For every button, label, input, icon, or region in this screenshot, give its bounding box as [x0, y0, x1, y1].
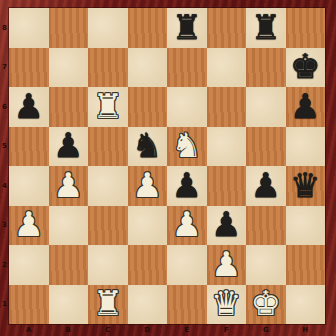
square-a4[interactable]	[9, 166, 49, 206]
square-a2[interactable]	[9, 245, 49, 285]
file-label-f: F	[207, 324, 247, 336]
piece-white-knight-e5[interactable]: ♞	[172, 128, 202, 162]
file-label-c: C	[88, 324, 128, 336]
square-e1[interactable]	[167, 285, 207, 325]
square-h2[interactable]	[286, 245, 326, 285]
square-d3[interactable]	[128, 206, 168, 246]
rank-label-7: 7	[0, 48, 9, 88]
square-c3[interactable]	[88, 206, 128, 246]
piece-white-pawn-d4[interactable]: ♟	[132, 168, 162, 202]
square-e6[interactable]	[167, 87, 207, 127]
square-c5[interactable]	[88, 127, 128, 167]
square-g8[interactable]: ♜	[246, 8, 286, 48]
square-h8[interactable]	[286, 8, 326, 48]
file-label-d: D	[128, 324, 168, 336]
square-b8[interactable]	[49, 8, 89, 48]
square-b1[interactable]	[49, 285, 89, 325]
square-b4[interactable]: ♟	[49, 166, 89, 206]
square-b6[interactable]	[49, 87, 89, 127]
square-f7[interactable]	[207, 48, 247, 88]
square-f5[interactable]	[207, 127, 247, 167]
rank-label-4: 4	[0, 166, 9, 206]
piece-white-pawn-e3[interactable]: ♟	[172, 207, 202, 241]
square-b7[interactable]	[49, 48, 89, 88]
square-g6[interactable]	[246, 87, 286, 127]
square-h3[interactable]	[286, 206, 326, 246]
square-d4[interactable]: ♟	[128, 166, 168, 206]
square-b2[interactable]	[49, 245, 89, 285]
file-label-g: G	[246, 324, 286, 336]
square-h6[interactable]: ♟	[286, 87, 326, 127]
square-h7[interactable]: ♚	[286, 48, 326, 88]
rank-label-5: 5	[0, 127, 9, 167]
piece-white-king-g1[interactable]: ♚	[251, 286, 281, 320]
square-e4[interactable]: ♟	[167, 166, 207, 206]
square-d8[interactable]	[128, 8, 168, 48]
piece-black-queen-h4[interactable]: ♛	[290, 168, 320, 202]
file-label-h: H	[286, 324, 326, 336]
square-f2[interactable]: ♟	[207, 245, 247, 285]
rank-label-2: 2	[0, 245, 9, 285]
piece-white-queen-f1[interactable]: ♛	[211, 286, 241, 320]
piece-white-pawn-b4[interactable]: ♟	[53, 168, 83, 202]
piece-black-rook-e8[interactable]: ♜	[172, 10, 202, 44]
rank-label-1: 1	[0, 285, 9, 325]
square-a6[interactable]: ♟	[9, 87, 49, 127]
square-a5[interactable]	[9, 127, 49, 167]
square-c6[interactable]: ♜	[88, 87, 128, 127]
square-b3[interactable]	[49, 206, 89, 246]
piece-white-pawn-f2[interactable]: ♟	[211, 247, 241, 281]
piece-black-pawn-b5[interactable]: ♟	[53, 128, 83, 162]
square-d7[interactable]	[128, 48, 168, 88]
rank-label-8: 8	[0, 8, 9, 48]
square-a1[interactable]	[9, 285, 49, 325]
file-label-e: E	[167, 324, 207, 336]
piece-black-pawn-g4[interactable]: ♟	[251, 168, 281, 202]
chessboard: ♜♜♚♟♜♟♟♞♞♟♟♟♟♛♟♟♟♟♜♛♚	[9, 8, 325, 324]
piece-black-pawn-e4[interactable]: ♟	[172, 168, 202, 202]
square-a8[interactable]	[9, 8, 49, 48]
file-label-a: A	[9, 324, 49, 336]
square-g1[interactable]: ♚	[246, 285, 286, 325]
piece-white-rook-c6[interactable]: ♜	[93, 89, 123, 123]
piece-black-rook-g8[interactable]: ♜	[251, 10, 281, 44]
piece-white-rook-c1[interactable]: ♜	[93, 286, 123, 320]
square-g2[interactable]	[246, 245, 286, 285]
square-c1[interactable]: ♜	[88, 285, 128, 325]
square-d5[interactable]: ♞	[128, 127, 168, 167]
piece-black-king-h7[interactable]: ♚	[290, 49, 320, 83]
square-c8[interactable]	[88, 8, 128, 48]
square-g3[interactable]	[246, 206, 286, 246]
square-h1[interactable]	[286, 285, 326, 325]
square-g5[interactable]	[246, 127, 286, 167]
square-c7[interactable]	[88, 48, 128, 88]
square-c4[interactable]	[88, 166, 128, 206]
square-f8[interactable]	[207, 8, 247, 48]
square-e7[interactable]	[167, 48, 207, 88]
piece-black-pawn-h6[interactable]: ♟	[290, 89, 320, 123]
square-h4[interactable]: ♛	[286, 166, 326, 206]
square-f6[interactable]	[207, 87, 247, 127]
piece-black-pawn-f3[interactable]: ♟	[211, 207, 241, 241]
square-e2[interactable]	[167, 245, 207, 285]
square-g4[interactable]: ♟	[246, 166, 286, 206]
square-f1[interactable]: ♛	[207, 285, 247, 325]
rank-label-3: 3	[0, 206, 9, 246]
square-e8[interactable]: ♜	[167, 8, 207, 48]
piece-black-knight-d5[interactable]: ♞	[132, 128, 162, 162]
chessboard-frame: ♜♜♚♟♜♟♟♞♞♟♟♟♟♛♟♟♟♟♜♛♚ 87654321 ABCDEFGH	[0, 0, 336, 336]
square-a7[interactable]	[9, 48, 49, 88]
square-g7[interactable]	[246, 48, 286, 88]
square-h5[interactable]	[286, 127, 326, 167]
piece-black-pawn-a6[interactable]: ♟	[14, 89, 44, 123]
square-f3[interactable]: ♟	[207, 206, 247, 246]
square-d2[interactable]	[128, 245, 168, 285]
square-f4[interactable]	[207, 166, 247, 206]
rank-label-6: 6	[0, 87, 9, 127]
file-label-b: B	[49, 324, 89, 336]
piece-white-pawn-a3[interactable]: ♟	[14, 207, 44, 241]
square-b5[interactable]: ♟	[49, 127, 89, 167]
square-e3[interactable]: ♟	[167, 206, 207, 246]
square-e5[interactable]: ♞	[167, 127, 207, 167]
square-c2[interactable]	[88, 245, 128, 285]
square-d1[interactable]	[128, 285, 168, 325]
square-d6[interactable]	[128, 87, 168, 127]
square-a3[interactable]: ♟	[9, 206, 49, 246]
